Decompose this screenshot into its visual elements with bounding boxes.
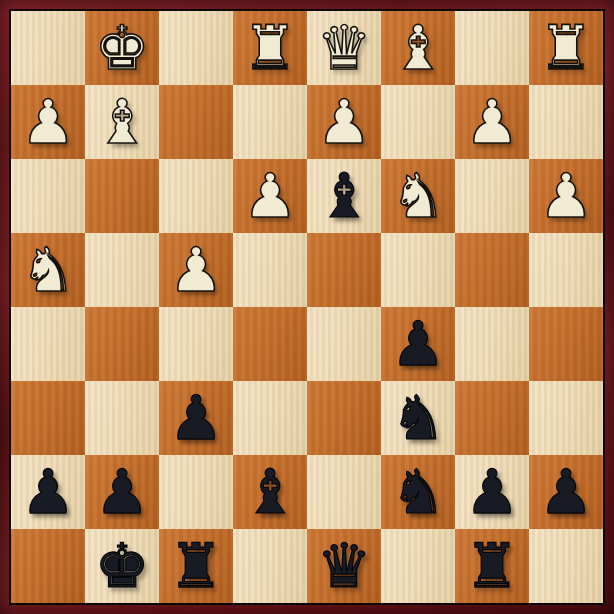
- square-r1-c2[interactable]: ♚: [85, 11, 159, 85]
- chess-board: ♚♜♛♝♜♟♝♟♟♟♝♞♟♞♟♟♟♞♟♟♝♞♟♟♚♜♛♜: [11, 11, 603, 603]
- square-r6-c6[interactable]: ♞: [381, 381, 455, 455]
- square-r8-c4[interactable]: [233, 529, 307, 603]
- square-r7-c6[interactable]: ♞: [381, 455, 455, 529]
- square-r2-c8[interactable]: [529, 85, 603, 159]
- black-pawn: ♟: [539, 455, 594, 529]
- square-r6-c5[interactable]: [307, 381, 381, 455]
- square-r5-c4[interactable]: [233, 307, 307, 381]
- square-r4-c4[interactable]: [233, 233, 307, 307]
- square-r5-c3[interactable]: [159, 307, 233, 381]
- square-r7-c1[interactable]: ♟: [11, 455, 85, 529]
- square-r6-c7[interactable]: [455, 381, 529, 455]
- white-queen: ♛: [317, 11, 372, 85]
- square-r8-c2[interactable]: ♚: [85, 529, 159, 603]
- white-knight: ♞: [391, 159, 446, 233]
- black-queen: ♛: [317, 529, 372, 603]
- square-r1-c8[interactable]: ♜: [529, 11, 603, 85]
- black-pawn: ♟: [21, 455, 76, 529]
- white-knight: ♞: [21, 233, 76, 307]
- square-r2-c2[interactable]: ♝: [85, 85, 159, 159]
- square-r3-c6[interactable]: ♞: [381, 159, 455, 233]
- black-rook: ♜: [169, 529, 224, 603]
- black-bishop: ♝: [317, 159, 372, 233]
- square-r7-c5[interactable]: [307, 455, 381, 529]
- square-r2-c6[interactable]: [381, 85, 455, 159]
- white-pawn: ♟: [539, 159, 594, 233]
- square-r7-c7[interactable]: ♟: [455, 455, 529, 529]
- square-r4-c7[interactable]: [455, 233, 529, 307]
- square-r3-c5[interactable]: ♝: [307, 159, 381, 233]
- square-r7-c2[interactable]: ♟: [85, 455, 159, 529]
- black-knight: ♞: [391, 381, 446, 455]
- black-pawn: ♟: [465, 455, 520, 529]
- square-r5-c6[interactable]: ♟: [381, 307, 455, 381]
- square-r5-c5[interactable]: [307, 307, 381, 381]
- square-r4-c8[interactable]: [529, 233, 603, 307]
- black-pawn: ♟: [95, 455, 150, 529]
- square-r6-c3[interactable]: ♟: [159, 381, 233, 455]
- square-r1-c4[interactable]: ♜: [233, 11, 307, 85]
- square-r2-c3[interactable]: [159, 85, 233, 159]
- square-r1-c6[interactable]: ♝: [381, 11, 455, 85]
- square-r6-c1[interactable]: [11, 381, 85, 455]
- white-pawn: ♟: [465, 85, 520, 159]
- square-r5-c8[interactable]: [529, 307, 603, 381]
- square-r8-c1[interactable]: [11, 529, 85, 603]
- square-r6-c4[interactable]: [233, 381, 307, 455]
- white-king: ♚: [95, 11, 150, 85]
- black-rook: ♜: [465, 529, 520, 603]
- square-r7-c8[interactable]: ♟: [529, 455, 603, 529]
- white-bishop: ♝: [391, 11, 446, 85]
- board-frame: ♚♜♛♝♜♟♝♟♟♟♝♞♟♞♟♟♟♞♟♟♝♞♟♟♚♜♛♜: [0, 0, 614, 614]
- white-pawn: ♟: [169, 233, 224, 307]
- square-r7-c4[interactable]: ♝: [233, 455, 307, 529]
- square-r8-c7[interactable]: ♜: [455, 529, 529, 603]
- white-rook: ♜: [539, 11, 594, 85]
- square-r5-c7[interactable]: [455, 307, 529, 381]
- square-r6-c8[interactable]: [529, 381, 603, 455]
- square-r2-c7[interactable]: ♟: [455, 85, 529, 159]
- square-r4-c2[interactable]: [85, 233, 159, 307]
- black-king: ♚: [95, 529, 150, 603]
- black-pawn: ♟: [391, 307, 446, 381]
- white-pawn: ♟: [317, 85, 372, 159]
- white-pawn: ♟: [21, 85, 76, 159]
- white-pawn: ♟: [243, 159, 298, 233]
- square-r2-c4[interactable]: [233, 85, 307, 159]
- square-r1-c7[interactable]: [455, 11, 529, 85]
- board-inner-edge: ♚♜♛♝♜♟♝♟♟♟♝♞♟♞♟♟♟♞♟♟♝♞♟♟♚♜♛♜: [9, 9, 605, 605]
- black-knight: ♞: [391, 455, 446, 529]
- square-r6-c2[interactable]: [85, 381, 159, 455]
- square-r3-c2[interactable]: [85, 159, 159, 233]
- square-r3-c4[interactable]: ♟: [233, 159, 307, 233]
- square-r4-c5[interactable]: [307, 233, 381, 307]
- square-r3-c8[interactable]: ♟: [529, 159, 603, 233]
- square-r4-c1[interactable]: ♞: [11, 233, 85, 307]
- white-bishop: ♝: [95, 85, 150, 159]
- square-r8-c3[interactable]: ♜: [159, 529, 233, 603]
- square-r3-c3[interactable]: [159, 159, 233, 233]
- square-r5-c2[interactable]: [85, 307, 159, 381]
- square-r2-c5[interactable]: ♟: [307, 85, 381, 159]
- square-r8-c8[interactable]: [529, 529, 603, 603]
- square-r8-c5[interactable]: ♛: [307, 529, 381, 603]
- square-r8-c6[interactable]: [381, 529, 455, 603]
- square-r3-c7[interactable]: [455, 159, 529, 233]
- square-r1-c5[interactable]: ♛: [307, 11, 381, 85]
- square-r4-c3[interactable]: ♟: [159, 233, 233, 307]
- square-r7-c3[interactable]: [159, 455, 233, 529]
- black-bishop: ♝: [243, 455, 298, 529]
- square-r1-c3[interactable]: [159, 11, 233, 85]
- white-rook: ♜: [243, 11, 298, 85]
- square-r2-c1[interactable]: ♟: [11, 85, 85, 159]
- square-r4-c6[interactable]: [381, 233, 455, 307]
- black-pawn: ♟: [169, 381, 224, 455]
- square-r3-c1[interactable]: [11, 159, 85, 233]
- square-r5-c1[interactable]: [11, 307, 85, 381]
- square-r1-c1[interactable]: [11, 11, 85, 85]
